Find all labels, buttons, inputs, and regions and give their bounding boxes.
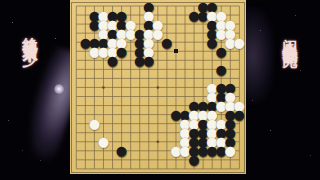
stone-black: ●	[217, 65, 226, 74]
couplet-left-text: 绝艺如君天下少	[22, 25, 37, 42]
stone-white: ●	[226, 146, 235, 155]
stone-black: ●	[217, 47, 226, 56]
stone-black: ●	[189, 155, 198, 164]
stones-layer: ●●●●●●●●●●●●●●●●●●●●●●●●●●●●●●●●●●●●●●●●…	[72, 1, 244, 173]
stone-black: ●	[117, 146, 126, 155]
nebula-glow-right	[244, 8, 274, 103]
starfield	[0, 0, 1, 1]
square-move-marker	[171, 47, 180, 56]
stone-black: ●	[144, 56, 153, 65]
stone-black: ●	[117, 47, 126, 56]
stone-black: ●	[162, 38, 171, 47]
stone-white: ●	[90, 119, 99, 128]
stone-black: ●	[108, 56, 117, 65]
stone-white: ●	[99, 137, 108, 146]
video-frame: 绝艺如君天下少 闲人似我世间无 ●●●●●●●●●●●●●●●●●●●●●●●●…	[0, 0, 320, 180]
couplet-right-text: 闲人似我世间无	[282, 27, 297, 44]
go-board: ●●●●●●●●●●●●●●●●●●●●●●●●●●●●●●●●●●●●●●●●…	[70, 0, 246, 174]
stone-white: ●	[235, 38, 244, 47]
bright-star	[54, 84, 64, 94]
